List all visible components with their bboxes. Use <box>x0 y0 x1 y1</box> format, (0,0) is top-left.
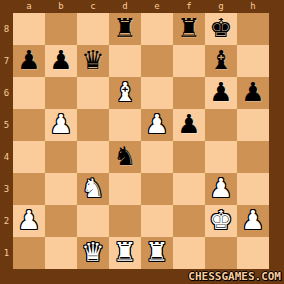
square-b2 <box>45 205 77 237</box>
square-e8 <box>141 13 173 45</box>
square-a2: ♟ <box>13 205 45 237</box>
square-b4 <box>45 141 77 173</box>
file-labels: abcdefgh <box>13 0 269 13</box>
square-f2 <box>173 205 205 237</box>
square-h6: ♟ <box>237 77 269 109</box>
black-pawn: ♟ <box>205 77 237 109</box>
black-knight: ♞ <box>109 141 141 173</box>
white-rook: ♜ <box>109 237 141 269</box>
square-d4: ♞ <box>109 141 141 173</box>
file-label-c: c <box>77 0 109 13</box>
file-label-e: e <box>141 0 173 13</box>
square-a4 <box>13 141 45 173</box>
square-d8: ♜ <box>109 13 141 45</box>
black-rook: ♜ <box>173 13 205 45</box>
rank-labels: 87654321 <box>0 13 13 269</box>
square-e7 <box>141 45 173 77</box>
white-knight: ♞ <box>77 173 109 205</box>
square-f1 <box>173 237 205 269</box>
square-f4 <box>173 141 205 173</box>
file-label-h: h <box>237 0 269 13</box>
rank-label-1: 1 <box>0 237 13 269</box>
square-g6: ♟ <box>205 77 237 109</box>
square-e6 <box>141 77 173 109</box>
square-h2: ♟ <box>237 205 269 237</box>
square-f7 <box>173 45 205 77</box>
square-b8 <box>45 13 77 45</box>
white-pawn: ♟ <box>237 205 269 237</box>
square-c1: ♛ <box>77 237 109 269</box>
rank-label-4: 4 <box>0 141 13 173</box>
rank-label-6: 6 <box>0 77 13 109</box>
white-pawn: ♟ <box>13 205 45 237</box>
file-label-b: b <box>45 0 77 13</box>
square-c8 <box>77 13 109 45</box>
chess-board: ♜♜♚♟♟♛♝♝♟♟♟♟♟♞♞♟♟♚♟♛♜♜ <box>13 13 269 269</box>
chessgames-brand-label: CHESSGAMES.COM <box>188 269 284 284</box>
file-label-g: g <box>205 0 237 13</box>
square-f6 <box>173 77 205 109</box>
white-queen: ♛ <box>77 237 109 269</box>
square-e4 <box>141 141 173 173</box>
square-a5 <box>13 109 45 141</box>
square-a7: ♟ <box>13 45 45 77</box>
square-b1 <box>45 237 77 269</box>
square-b5: ♟ <box>45 109 77 141</box>
square-b3 <box>45 173 77 205</box>
square-d5 <box>109 109 141 141</box>
black-king: ♚ <box>205 13 237 45</box>
black-pawn: ♟ <box>237 77 269 109</box>
square-d6: ♝ <box>109 77 141 109</box>
footer-bar: CHESSGAMES.COM <box>0 269 284 284</box>
square-c2 <box>77 205 109 237</box>
rank-label-8: 8 <box>0 13 13 45</box>
square-g7: ♝ <box>205 45 237 77</box>
square-b7: ♟ <box>45 45 77 77</box>
rank-label-2: 2 <box>0 205 13 237</box>
white-pawn: ♟ <box>45 109 77 141</box>
black-pawn: ♟ <box>13 45 45 77</box>
white-king: ♚ <box>205 205 237 237</box>
black-pawn: ♟ <box>45 45 77 77</box>
square-f8: ♜ <box>173 13 205 45</box>
square-a6 <box>13 77 45 109</box>
white-rook: ♜ <box>141 237 173 269</box>
file-label-a: a <box>13 0 45 13</box>
square-h1 <box>237 237 269 269</box>
rank-label-7: 7 <box>0 45 13 77</box>
square-h8 <box>237 13 269 45</box>
black-pawn: ♟ <box>173 109 205 141</box>
rank-label-5: 5 <box>0 109 13 141</box>
square-h4 <box>237 141 269 173</box>
black-queen: ♛ <box>77 45 109 77</box>
square-e5: ♟ <box>141 109 173 141</box>
square-d3 <box>109 173 141 205</box>
square-c3: ♞ <box>77 173 109 205</box>
file-label-f: f <box>173 0 205 13</box>
square-g5 <box>205 109 237 141</box>
square-c4 <box>77 141 109 173</box>
square-a3 <box>13 173 45 205</box>
square-g8: ♚ <box>205 13 237 45</box>
white-bishop: ♝ <box>109 77 141 109</box>
rank-label-3: 3 <box>0 173 13 205</box>
square-g4 <box>205 141 237 173</box>
square-e2 <box>141 205 173 237</box>
file-label-d: d <box>109 0 141 13</box>
square-d2 <box>109 205 141 237</box>
square-h5 <box>237 109 269 141</box>
square-c5 <box>77 109 109 141</box>
square-g3: ♟ <box>205 173 237 205</box>
square-e3 <box>141 173 173 205</box>
square-g1 <box>205 237 237 269</box>
square-e1: ♜ <box>141 237 173 269</box>
square-h7 <box>237 45 269 77</box>
black-bishop: ♝ <box>205 45 237 77</box>
square-d1: ♜ <box>109 237 141 269</box>
chess-diagram: abcdefgh 87654321 ♜♜♚♟♟♛♝♝♟♟♟♟♟♞♞♟♟♚♟♛♜♜… <box>0 0 284 284</box>
black-rook: ♜ <box>109 13 141 45</box>
square-c6 <box>77 77 109 109</box>
square-b6 <box>45 77 77 109</box>
square-f3 <box>173 173 205 205</box>
square-h3 <box>237 173 269 205</box>
square-g2: ♚ <box>205 205 237 237</box>
square-f5: ♟ <box>173 109 205 141</box>
white-pawn: ♟ <box>205 173 237 205</box>
square-a8 <box>13 13 45 45</box>
square-d7 <box>109 45 141 77</box>
white-pawn: ♟ <box>141 109 173 141</box>
square-c7: ♛ <box>77 45 109 77</box>
square-a1 <box>13 237 45 269</box>
